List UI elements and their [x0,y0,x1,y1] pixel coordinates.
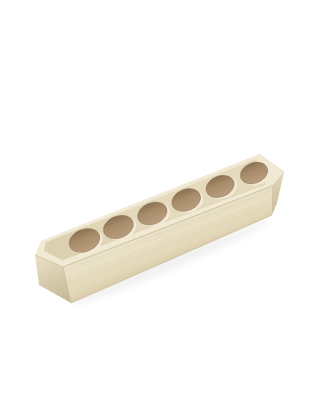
product-photo-canvas [0,0,315,409]
mancala-board-photo [0,0,315,409]
